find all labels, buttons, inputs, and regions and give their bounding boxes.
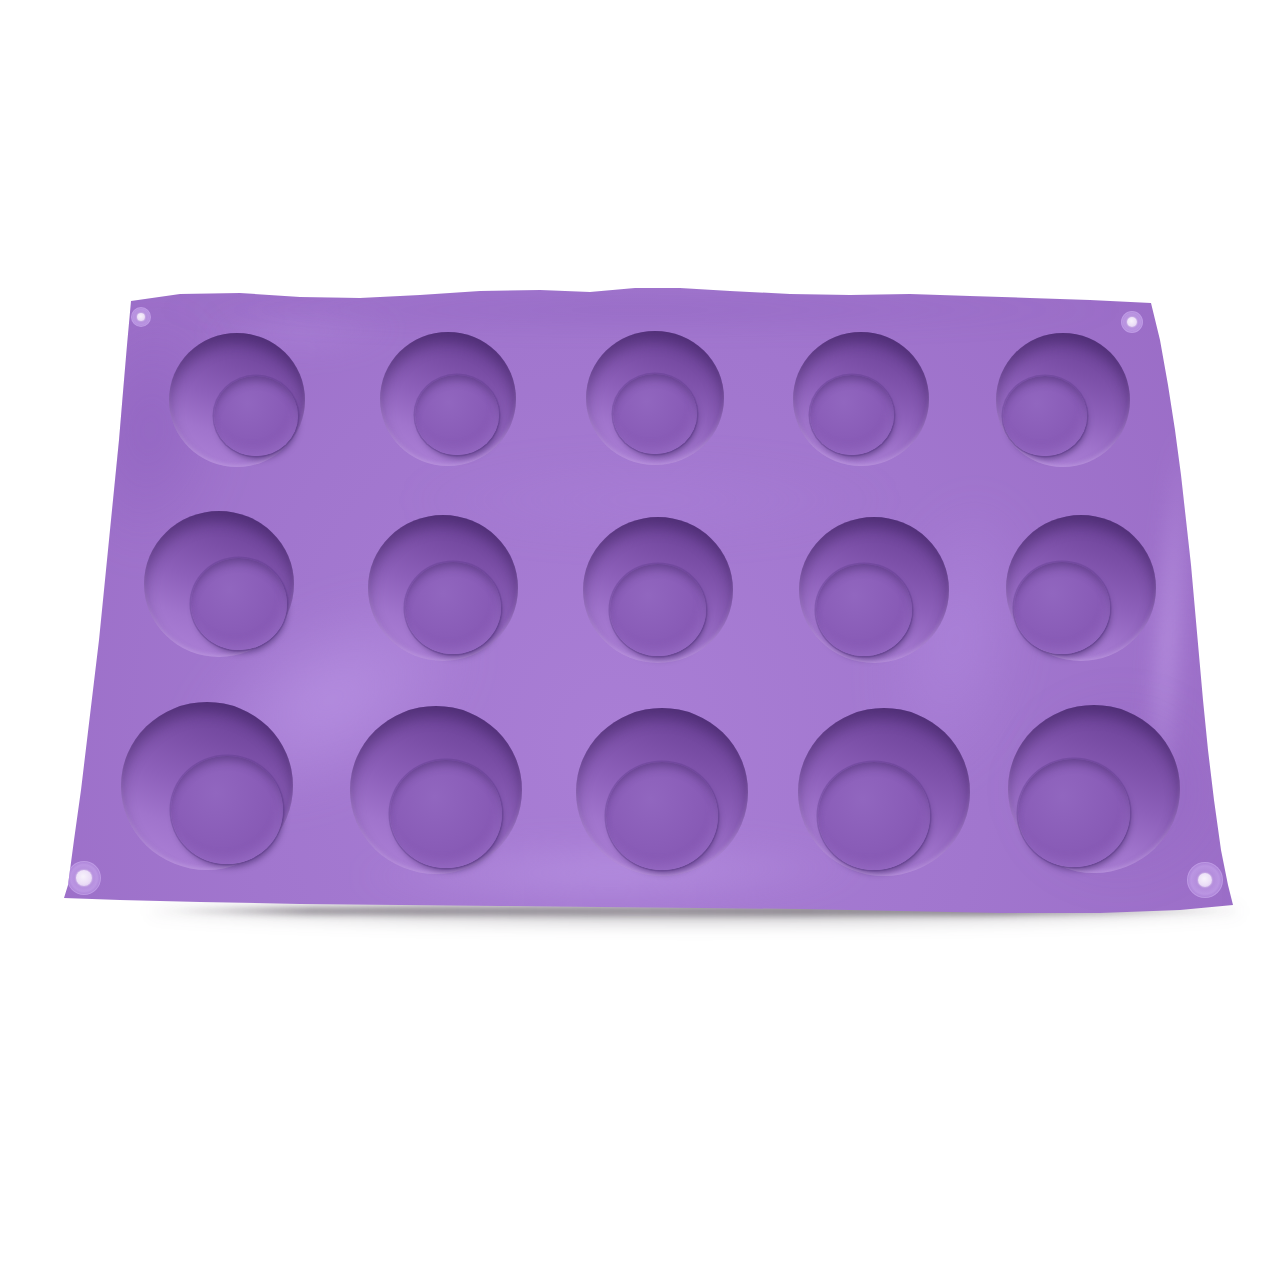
cavity-bottom-r1c5 <box>1003 376 1087 456</box>
cavity-bottom-r3c5 <box>1018 759 1130 867</box>
hanging-hole-bottom-right <box>1198 873 1212 887</box>
hanging-hole-top-right <box>1127 317 1137 327</box>
top-strip-dark <box>140 290 1140 330</box>
cavity-bottom-r2c5 <box>1014 562 1110 654</box>
cavity-bottom-r3c1 <box>171 756 283 864</box>
hanging-hole-top-left <box>137 313 145 321</box>
hanging-hole-bottom-left <box>76 870 92 886</box>
cavity-bottom-r3c2 <box>390 760 502 868</box>
cavity-bottom-r1c2 <box>415 375 499 455</box>
cavity-bottom-r1c3 <box>613 374 697 454</box>
cavity-bottom-r2c1 <box>191 558 287 650</box>
cavity-bottom-r3c4 <box>818 762 930 870</box>
cavity-bottom-r2c2 <box>405 562 501 654</box>
product-photo <box>0 0 1280 1280</box>
cavity-bottom-r2c3 <box>610 564 706 656</box>
cavity-bottom-r1c1 <box>214 376 298 456</box>
cavity-bottom-r2c4 <box>816 564 912 656</box>
cavity-bottom-r3c3 <box>606 762 718 870</box>
cavity-bottom-r1c4 <box>810 375 894 455</box>
silicone-mold <box>0 0 1280 1280</box>
